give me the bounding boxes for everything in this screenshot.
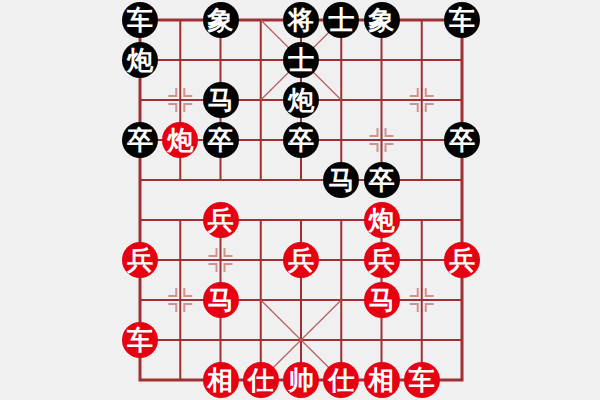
red-cannon[interactable]: 炮 bbox=[364, 202, 400, 238]
black-chariot[interactable]: 车 bbox=[122, 2, 158, 38]
black-horse[interactable]: 马 bbox=[323, 162, 359, 198]
black-soldier[interactable]: 卒 bbox=[203, 122, 239, 158]
red-horse[interactable]: 马 bbox=[203, 282, 239, 318]
red-soldier[interactable]: 兵 bbox=[203, 202, 239, 238]
red-soldier[interactable]: 兵 bbox=[444, 242, 480, 278]
red-chariot[interactable]: 车 bbox=[122, 322, 158, 358]
black-cannon[interactable]: 炮 bbox=[283, 82, 319, 118]
red-advisor[interactable]: 仕 bbox=[243, 362, 279, 398]
black-horse[interactable]: 马 bbox=[203, 82, 239, 118]
board-pieces: 车象将士象车炮士马炮卒炮卒卒卒马卒兵炮兵兵兵兵马马车相仕帅仕相车 bbox=[120, 0, 482, 400]
black-soldier[interactable]: 卒 bbox=[364, 162, 400, 198]
red-horse[interactable]: 马 bbox=[364, 282, 400, 318]
red-soldier[interactable]: 兵 bbox=[122, 242, 158, 278]
red-advisor[interactable]: 仕 bbox=[323, 362, 359, 398]
red-soldier[interactable]: 兵 bbox=[364, 242, 400, 278]
red-elephant[interactable]: 相 bbox=[364, 362, 400, 398]
black-elephant[interactable]: 象 bbox=[203, 2, 239, 38]
black-soldier[interactable]: 卒 bbox=[444, 122, 480, 158]
red-general[interactable]: 帅 bbox=[283, 362, 319, 398]
black-chariot[interactable]: 车 bbox=[444, 2, 480, 38]
black-elephant[interactable]: 象 bbox=[364, 2, 400, 38]
red-soldier[interactable]: 兵 bbox=[283, 242, 319, 278]
red-elephant[interactable]: 相 bbox=[203, 362, 239, 398]
red-cannon[interactable]: 炮 bbox=[162, 122, 198, 158]
xiangqi-app: 车象将士象车炮士马炮卒炮卒卒卒马卒兵炮兵兵兵兵马马车相仕帅仕相车 bbox=[0, 0, 600, 400]
black-advisor[interactable]: 士 bbox=[283, 42, 319, 78]
black-soldier[interactable]: 卒 bbox=[283, 122, 319, 158]
black-cannon[interactable]: 炮 bbox=[122, 42, 158, 78]
black-soldier[interactable]: 卒 bbox=[122, 122, 158, 158]
black-general[interactable]: 将 bbox=[283, 2, 319, 38]
red-chariot[interactable]: 车 bbox=[404, 362, 440, 398]
black-advisor[interactable]: 士 bbox=[323, 2, 359, 38]
